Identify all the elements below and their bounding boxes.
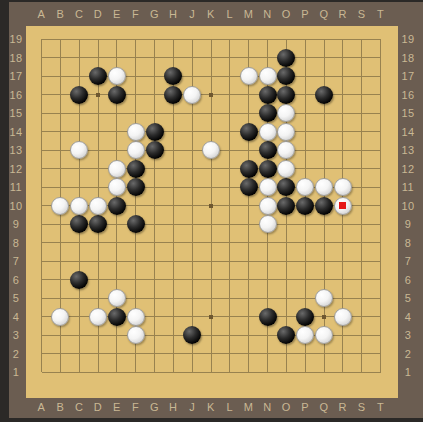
stone-white-E11[interactable] — [108, 178, 126, 196]
stone-black-Q10[interactable] — [315, 197, 333, 215]
row-label-right-7: 7 — [405, 256, 412, 267]
stone-white-D10[interactable] — [89, 197, 107, 215]
stone-white-D4[interactable] — [89, 308, 107, 326]
go-board[interactable] — [26, 26, 398, 398]
row-label-right-13: 13 — [401, 145, 414, 156]
stone-white-J16[interactable] — [183, 86, 201, 104]
stone-white-C10[interactable] — [70, 197, 88, 215]
stone-white-O14[interactable] — [277, 123, 295, 141]
col-label-top-E: E — [113, 9, 121, 20]
stone-white-O12[interactable] — [277, 160, 295, 178]
stone-white-M17[interactable] — [240, 67, 258, 85]
stone-black-F11[interactable] — [127, 178, 145, 196]
col-label-bottom-F: F — [132, 402, 139, 413]
col-label-top-D: D — [94, 9, 102, 20]
stone-white-K13[interactable] — [202, 141, 220, 159]
stone-white-P3[interactable] — [296, 326, 314, 344]
stone-black-E4[interactable] — [108, 308, 126, 326]
row-label-right-6: 6 — [405, 274, 412, 285]
stone-black-O18[interactable] — [277, 49, 295, 67]
stone-black-M11[interactable] — [240, 178, 258, 196]
row-label-right-12: 12 — [401, 163, 414, 174]
col-label-top-M: M — [244, 9, 254, 20]
col-label-top-P: P — [301, 9, 309, 20]
row-label-right-2: 2 — [405, 348, 412, 359]
col-label-bottom-J: J — [189, 402, 195, 413]
row-label-right-3: 3 — [405, 330, 412, 341]
stone-white-N14[interactable] — [259, 123, 277, 141]
row-label-left-1: 1 — [13, 367, 20, 378]
stone-black-P4[interactable] — [296, 308, 314, 326]
stone-black-G14[interactable] — [146, 123, 164, 141]
col-label-top-B: B — [56, 9, 64, 20]
col-label-top-L: L — [227, 9, 234, 20]
col-label-bottom-S: S — [358, 402, 366, 413]
row-label-left-14: 14 — [9, 126, 22, 137]
stone-white-N17[interactable] — [259, 67, 277, 85]
col-label-top-J: J — [189, 9, 195, 20]
star-point-K4 — [209, 315, 213, 319]
grid-vline — [229, 39, 230, 372]
row-label-right-16: 16 — [401, 89, 414, 100]
stone-black-N13[interactable] — [259, 141, 277, 159]
col-label-bottom-E: E — [113, 402, 121, 413]
stone-white-N11[interactable] — [259, 178, 277, 196]
go-board-screenshot: AABBCCDDEEFFGGHHJJKKLLMMNNOOPPQQRRSSTT19… — [0, 0, 423, 422]
col-label-bottom-O: O — [282, 402, 291, 413]
stone-white-F14[interactable] — [127, 123, 145, 141]
row-label-left-15: 15 — [9, 108, 22, 119]
stone-white-Q5[interactable] — [315, 289, 333, 307]
col-label-top-A: A — [38, 9, 46, 20]
row-label-left-3: 3 — [13, 330, 20, 341]
stone-black-F9[interactable] — [127, 215, 145, 233]
row-label-left-9: 9 — [13, 219, 20, 230]
stone-black-O16[interactable] — [277, 86, 295, 104]
stone-white-N10[interactable] — [259, 197, 277, 215]
row-label-left-7: 7 — [13, 256, 20, 267]
stone-white-C13[interactable] — [70, 141, 88, 159]
col-label-bottom-H: H — [169, 402, 177, 413]
row-label-right-8: 8 — [405, 237, 412, 248]
col-label-top-K: K — [207, 9, 215, 20]
row-label-left-18: 18 — [9, 52, 22, 63]
row-label-left-4: 4 — [13, 311, 20, 322]
col-label-top-Q: Q — [319, 9, 328, 20]
grid-vline — [248, 39, 249, 372]
stone-black-C6[interactable] — [70, 271, 88, 289]
grid-hline — [42, 353, 381, 354]
star-point-K16 — [209, 93, 213, 97]
stone-black-O17[interactable] — [277, 67, 295, 85]
stone-black-O3[interactable] — [277, 326, 295, 344]
stone-black-D17[interactable] — [89, 67, 107, 85]
window-edge-top — [0, 0, 423, 2]
stone-white-O15[interactable] — [277, 104, 295, 122]
stone-white-B4[interactable] — [51, 308, 69, 326]
stone-black-C16[interactable] — [70, 86, 88, 104]
stone-white-B10[interactable] — [51, 197, 69, 215]
grid-hline — [42, 372, 381, 373]
row-label-right-5: 5 — [405, 293, 412, 304]
grid-hline — [42, 261, 381, 262]
col-label-bottom-B: B — [56, 402, 64, 413]
grid-hline — [42, 279, 381, 280]
col-label-bottom-L: L — [227, 402, 234, 413]
stone-black-E16[interactable] — [108, 86, 126, 104]
col-label-top-N: N — [263, 9, 271, 20]
stone-black-N15[interactable] — [259, 104, 277, 122]
stone-white-Q11[interactable] — [315, 178, 333, 196]
row-label-right-14: 14 — [401, 126, 414, 137]
grid-hline — [42, 242, 381, 243]
stone-black-N12[interactable] — [259, 160, 277, 178]
col-label-bottom-T: T — [377, 402, 384, 413]
row-label-left-11: 11 — [10, 182, 22, 193]
stone-white-P11[interactable] — [296, 178, 314, 196]
row-label-right-1: 1 — [405, 367, 412, 378]
stone-black-H16[interactable] — [164, 86, 182, 104]
stone-white-O13[interactable] — [277, 141, 295, 159]
row-label-left-17: 17 — [9, 71, 22, 82]
col-label-top-O: O — [282, 9, 291, 20]
stone-black-G13[interactable] — [146, 141, 164, 159]
stone-black-N16[interactable] — [259, 86, 277, 104]
row-label-left-13: 13 — [9, 145, 22, 156]
star-point-K10 — [209, 204, 213, 208]
col-label-bottom-D: D — [94, 402, 102, 413]
row-label-left-5: 5 — [13, 293, 20, 304]
row-label-right-10: 10 — [401, 200, 414, 211]
stone-black-O11[interactable] — [277, 178, 295, 196]
stone-black-Q16[interactable] — [315, 86, 333, 104]
col-label-bottom-G: G — [150, 402, 159, 413]
stone-black-N4[interactable] — [259, 308, 277, 326]
stone-white-F13[interactable] — [127, 141, 145, 159]
row-label-left-6: 6 — [13, 274, 20, 285]
stone-white-N9[interactable] — [259, 215, 277, 233]
star-point-Q4 — [322, 315, 326, 319]
stone-black-P10[interactable] — [296, 197, 314, 215]
col-label-bottom-C: C — [75, 402, 83, 413]
stone-white-F4[interactable] — [127, 308, 145, 326]
row-label-left-10: 10 — [9, 200, 22, 211]
row-label-right-4: 4 — [405, 311, 412, 322]
row-label-right-15: 15 — [401, 108, 414, 119]
col-label-top-C: C — [75, 9, 83, 20]
stone-black-C9[interactable] — [70, 215, 88, 233]
col-label-bottom-K: K — [207, 402, 215, 413]
window-edge-left — [0, 0, 9, 422]
row-label-right-18: 18 — [401, 52, 414, 63]
stone-white-E17[interactable] — [108, 67, 126, 85]
row-label-right-19: 19 — [401, 34, 414, 45]
stone-black-E10[interactable] — [108, 197, 126, 215]
stone-black-M12[interactable] — [240, 160, 258, 178]
col-label-bottom-R: R — [339, 402, 347, 413]
stone-black-F12[interactable] — [127, 160, 145, 178]
grid-vline — [361, 39, 362, 372]
col-label-bottom-Q: Q — [319, 402, 328, 413]
stone-white-R10[interactable] — [334, 197, 352, 215]
star-point-D16 — [96, 93, 100, 97]
window-edge-bottom — [0, 418, 423, 422]
row-label-left-8: 8 — [13, 237, 20, 248]
grid-vline — [380, 39, 381, 372]
stone-white-E12[interactable] — [108, 160, 126, 178]
col-label-top-T: T — [377, 9, 384, 20]
col-label-top-F: F — [132, 9, 139, 20]
col-label-bottom-N: N — [263, 402, 271, 413]
col-label-bottom-A: A — [38, 402, 46, 413]
row-label-left-12: 12 — [9, 163, 22, 174]
stone-black-J3[interactable] — [183, 326, 201, 344]
last-move-marker — [339, 202, 346, 209]
stone-black-O10[interactable] — [277, 197, 295, 215]
row-label-right-17: 17 — [401, 71, 414, 82]
row-label-right-11: 11 — [402, 182, 414, 193]
col-label-top-G: G — [150, 9, 159, 20]
col-label-bottom-M: M — [244, 402, 254, 413]
col-label-top-R: R — [339, 9, 347, 20]
col-label-bottom-P: P — [301, 402, 309, 413]
stone-white-Q3[interactable] — [315, 326, 333, 344]
row-label-left-19: 19 — [9, 34, 22, 45]
stone-white-R11[interactable] — [334, 178, 352, 196]
stone-white-R4[interactable] — [334, 308, 352, 326]
col-label-top-H: H — [169, 9, 177, 20]
stone-black-M14[interactable] — [240, 123, 258, 141]
stone-black-D9[interactable] — [89, 215, 107, 233]
stone-white-E5[interactable] — [108, 289, 126, 307]
row-label-right-9: 9 — [405, 219, 412, 230]
stone-white-F3[interactable] — [127, 326, 145, 344]
row-label-left-16: 16 — [9, 89, 22, 100]
stone-black-H17[interactable] — [164, 67, 182, 85]
col-label-top-S: S — [358, 9, 366, 20]
row-label-left-2: 2 — [13, 348, 20, 359]
